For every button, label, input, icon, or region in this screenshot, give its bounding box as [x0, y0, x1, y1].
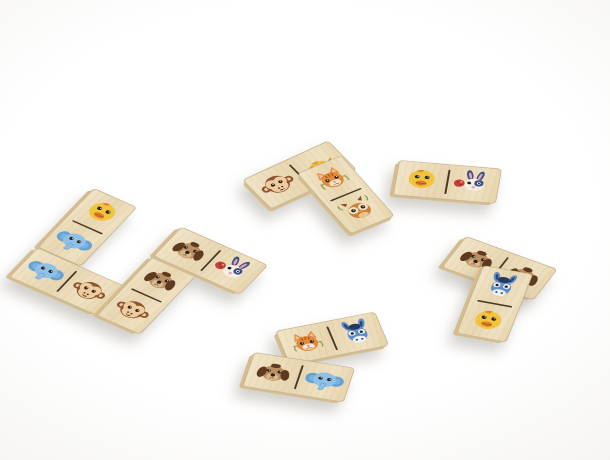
- dog-icon: [247, 355, 300, 391]
- duck-icon: [397, 163, 446, 196]
- domino-dog-elephant[interactable]: [242, 352, 355, 402]
- donkey-icon: [474, 268, 528, 305]
- dominoes-scene: [0, 0, 610, 460]
- donkey-icon: [330, 315, 384, 352]
- cat-icon: [280, 325, 334, 362]
- half-rabbit: [445, 165, 501, 203]
- domino-duck-rabbit[interactable]: [393, 160, 503, 204]
- half-duck: [394, 161, 450, 199]
- domino-cat-donkey[interactable]: [275, 312, 389, 365]
- elephant-icon: [298, 363, 351, 399]
- duck-icon: [461, 302, 515, 339]
- domino-cat-owl[interactable]: [297, 155, 395, 234]
- half-elephant: [294, 361, 354, 402]
- half-duck: [457, 300, 518, 342]
- rabbit-icon: [449, 167, 498, 200]
